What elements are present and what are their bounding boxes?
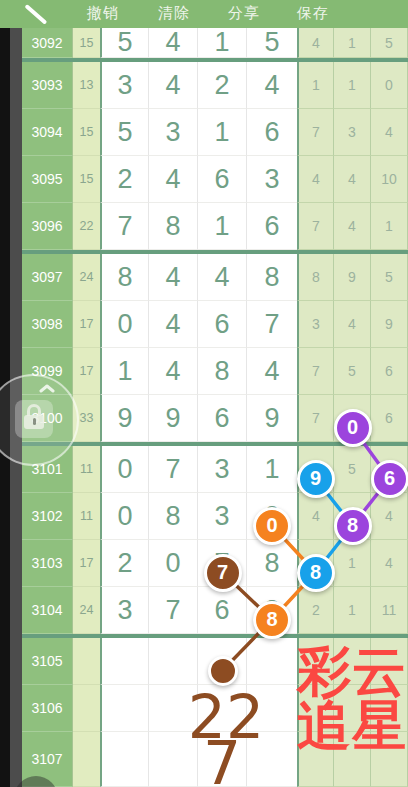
chain-node-dot[interactable] <box>208 656 238 686</box>
stat-cell[interactable]: 1 <box>297 62 334 109</box>
digit-cell[interactable]: 7 <box>247 301 297 348</box>
stat-cell[interactable]: 4 <box>371 109 408 156</box>
lottery-trend-app: 撤销 清除 分享 保存 3092155415415309313342411030… <box>0 0 408 787</box>
sum-cell: 11 <box>73 493 100 540</box>
digit-cell[interactable]: 2 <box>198 62 247 109</box>
period-cell: 3104 <box>22 587 73 634</box>
digit-cell[interactable] <box>100 638 149 685</box>
sum-cell <box>73 638 100 685</box>
digit-cell[interactable] <box>100 685 149 732</box>
digit-cell[interactable]: 6 <box>247 203 297 250</box>
period-cell: 3103 <box>22 540 73 587</box>
digit-cell[interactable]: 9 <box>247 395 297 442</box>
share-button[interactable]: 分享 <box>228 0 260 28</box>
sum-cell: 24 <box>73 587 100 634</box>
undo-button[interactable]: 撤销 <box>87 0 119 28</box>
chain-node-circle[interactable]: 8 <box>334 507 372 545</box>
stat-cell[interactable]: 7 <box>297 203 334 250</box>
digit-cell[interactable]: 0 <box>100 446 149 493</box>
period-cell: 3106 <box>22 685 73 732</box>
stat-cell[interactable]: 1 <box>371 203 408 250</box>
stat-cell[interactable]: 11 <box>371 587 408 634</box>
digit-cell[interactable]: 4 <box>149 254 198 301</box>
digit-cell[interactable]: 4 <box>149 156 198 203</box>
digit-cell[interactable]: 1 <box>198 203 247 250</box>
table-row: 3097248448895 <box>22 254 408 301</box>
stat-cell[interactable]: 2 <box>297 587 334 634</box>
digit-cell[interactable]: 1 <box>198 28 247 58</box>
watermark-line-2: 追星 <box>296 698 408 752</box>
digit-cell[interactable]: 6 <box>198 587 247 634</box>
period-cell: 3096 <box>22 203 73 250</box>
stat-cell[interactable]: 5 <box>334 446 371 493</box>
digit-cell[interactable]: 8 <box>247 254 297 301</box>
stat-cell[interactable]: 9 <box>371 301 408 348</box>
lock-icon <box>15 400 53 438</box>
stat-cell[interactable]: 5 <box>371 254 408 301</box>
sum-cell: 13 <box>73 62 100 109</box>
table-row: 31042437682111 <box>22 587 408 634</box>
digit-cell[interactable]: 6 <box>198 156 247 203</box>
save-button[interactable]: 保存 <box>297 0 329 28</box>
digit-cell[interactable]: 7 <box>149 587 198 634</box>
digit-cell[interactable]: 9 <box>149 395 198 442</box>
sum-cell: 15 <box>73 109 100 156</box>
digit-cell[interactable]: 4 <box>149 301 198 348</box>
digit-cell[interactable]: 8 <box>247 540 297 587</box>
digit-cell[interactable] <box>247 638 297 685</box>
digit-cell[interactable] <box>149 638 198 685</box>
digit-cell[interactable]: 7 <box>149 446 198 493</box>
table-row: 3096227816741 <box>22 203 408 250</box>
period-cell: 3092 <box>22 28 73 58</box>
digit-cell[interactable]: 0 <box>100 301 149 348</box>
watermark-text: 彩云 追星 <box>296 644 408 752</box>
back-icon[interactable] <box>24 4 47 25</box>
chain-node-circle[interactable]: 6 <box>371 460 408 498</box>
digit-cell[interactable]: 3 <box>100 587 149 634</box>
stat-cell[interactable]: 5 <box>334 348 371 395</box>
table-row: 3094155316734 <box>22 109 408 156</box>
chain-node-circle[interactable]: 0 <box>253 507 291 545</box>
watermark-line-1: 彩云 <box>296 644 408 698</box>
stat-cell[interactable]: 1 <box>334 587 371 634</box>
stat-cell[interactable]: 7 <box>297 109 334 156</box>
prediction-number-bottom: 7 <box>162 736 282 787</box>
stat-cell[interactable]: 4 <box>334 203 371 250</box>
stat-cell[interactable]: 4 <box>297 493 334 540</box>
digit-cell[interactable] <box>100 732 149 787</box>
table-row: 3092155415415 <box>22 28 408 58</box>
stat-cell[interactable]: 1 <box>334 540 371 587</box>
sum-cell: 15 <box>73 156 100 203</box>
digit-cell[interactable]: 1 <box>100 348 149 395</box>
clear-button[interactable]: 清除 <box>158 0 190 28</box>
sum-cell: 17 <box>73 301 100 348</box>
sum-cell <box>73 732 100 787</box>
digit-cell[interactable]: 0 <box>100 493 149 540</box>
stat-cell[interactable]: 7 <box>297 395 334 442</box>
digit-cell[interactable]: 4 <box>149 28 198 58</box>
digit-cell[interactable]: 8 <box>198 348 247 395</box>
table-row: 3099171484756 <box>22 348 408 395</box>
digit-cell[interactable]: 3 <box>198 493 247 540</box>
digit-cell[interactable]: 6 <box>198 301 247 348</box>
stat-cell[interactable]: 4 <box>297 156 334 203</box>
digit-cell[interactable]: 3 <box>149 109 198 156</box>
digit-cell[interactable]: 4 <box>198 254 247 301</box>
digit-cell[interactable]: 5 <box>100 109 149 156</box>
period-cell: 3095 <box>22 156 73 203</box>
stat-cell[interactable]: 7 <box>297 348 334 395</box>
sum-cell: 17 <box>73 348 100 395</box>
stat-cell[interactable]: 5 <box>371 28 408 58</box>
chain-node-circle[interactable]: 8 <box>297 554 335 592</box>
stat-cell[interactable]: 1 <box>334 28 371 58</box>
digit-cell[interactable]: 1 <box>247 446 297 493</box>
stat-cell[interactable]: 8 <box>297 254 334 301</box>
stat-cell[interactable]: 4 <box>371 493 408 540</box>
stat-cell[interactable]: 3 <box>297 301 334 348</box>
digit-cell[interactable]: 6 <box>198 395 247 442</box>
digit-cell[interactable]: 9 <box>100 395 149 442</box>
chain-node-circle[interactable]: 8 <box>253 601 291 639</box>
digit-cell[interactable]: 0 <box>149 540 198 587</box>
period-cell: 3097 <box>22 254 73 301</box>
digit-cell[interactable]: 1 <box>198 109 247 156</box>
period-cell: 3105 <box>22 638 73 685</box>
digit-cell[interactable]: 4 <box>247 348 297 395</box>
digit-cell[interactable]: 8 <box>149 493 198 540</box>
stat-cell[interactable]: 4 <box>334 156 371 203</box>
chain-node-circle[interactable]: 7 <box>204 554 242 592</box>
period-cell: 3094 <box>22 109 73 156</box>
sum-cell <box>73 685 100 732</box>
chain-node-circle[interactable]: 0 <box>334 409 372 447</box>
stat-cell[interactable]: 10 <box>371 156 408 203</box>
digit-cell[interactable]: 4 <box>149 348 198 395</box>
digit-cell[interactable]: 4 <box>149 62 198 109</box>
chain-node-circle[interactable]: 9 <box>297 460 335 498</box>
digit-cell[interactable]: 3 <box>100 62 149 109</box>
digit-cell[interactable]: 6 <box>247 109 297 156</box>
table-row: 3101110731956 <box>22 446 408 493</box>
stat-cell[interactable]: 1 <box>334 62 371 109</box>
period-cell: 3098 <box>22 301 73 348</box>
digit-cell[interactable]: 3 <box>247 156 297 203</box>
digit-cell[interactable]: 2 <box>100 156 149 203</box>
period-cell: 3102 <box>22 493 73 540</box>
digit-cell[interactable]: 3 <box>198 446 247 493</box>
stat-cell[interactable]: 4 <box>371 540 408 587</box>
stat-cell[interactable]: 3 <box>334 109 371 156</box>
digit-cell[interactable]: 4 <box>247 62 297 109</box>
stat-cell[interactable]: 9 <box>334 254 371 301</box>
sum-cell: 15 <box>73 28 100 58</box>
sum-cell: 24 <box>73 254 100 301</box>
stat-cell[interactable]: 6 <box>371 348 408 395</box>
stat-cell[interactable]: 4 <box>297 28 334 58</box>
stat-cell[interactable]: 6 <box>371 395 408 442</box>
table-row: 3098170467349 <box>22 301 408 348</box>
sum-cell: 22 <box>73 203 100 250</box>
table-row: 30951524634410 <box>22 156 408 203</box>
stat-cell[interactable]: 4 <box>334 301 371 348</box>
period-cell: 3093 <box>22 62 73 109</box>
digit-cell[interactable]: 5 <box>100 28 149 58</box>
digit-cell[interactable]: 7 <box>100 203 149 250</box>
sum-cell: 17 <box>73 540 100 587</box>
toolbar: 撤销 清除 分享 保存 <box>0 0 408 28</box>
stat-cell[interactable]: 0 <box>371 62 408 109</box>
digit-cell[interactable]: 8 <box>100 254 149 301</box>
digit-cell[interactable]: 8 <box>149 203 198 250</box>
digit-cell[interactable]: 5 <box>247 28 297 58</box>
table-row: 3093133424110 <box>22 62 408 109</box>
digit-cell[interactable]: 2 <box>100 540 149 587</box>
sum-cell: 11 <box>73 446 100 493</box>
